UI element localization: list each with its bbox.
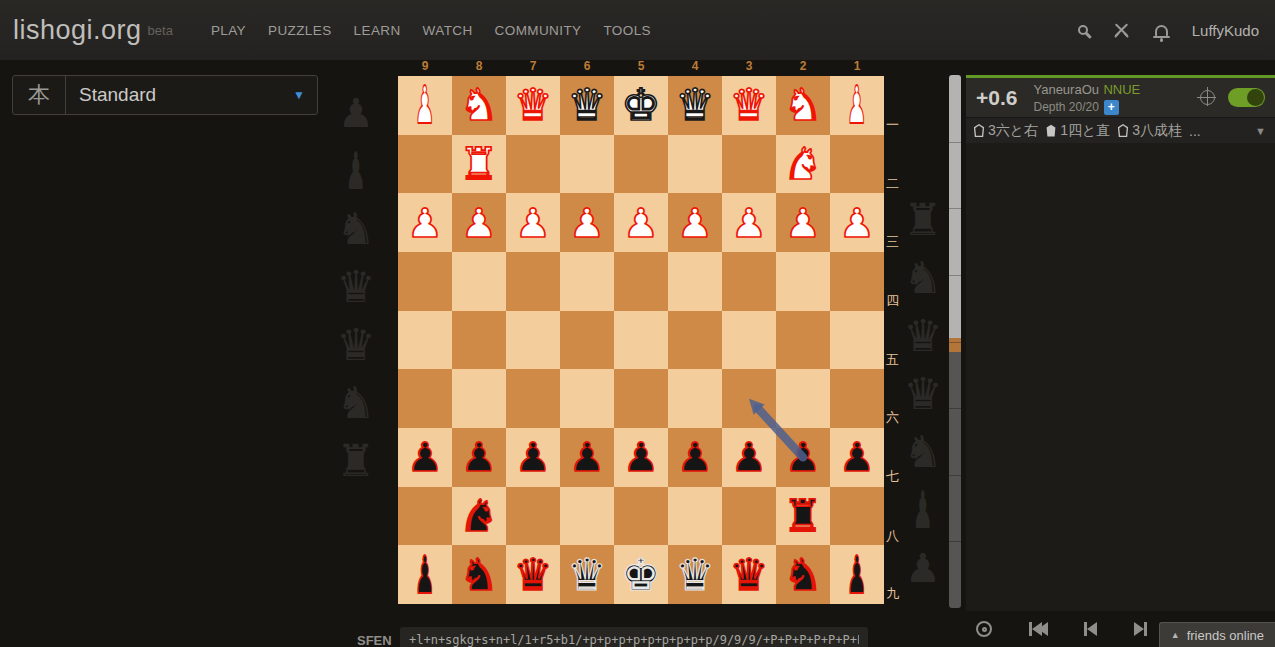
- record-analysis-icon[interactable]: [976, 621, 992, 637]
- engine-eval-value: +0.6: [976, 86, 1017, 110]
- square-6-一[interactable]: ♛: [560, 76, 614, 135]
- variant-select[interactable]: 本 Standard ▼: [12, 75, 318, 115]
- eval-gauge: [949, 75, 961, 608]
- shogi-board: ♟♞♛♛♚♛♛♞♟♜♞♟♟♟♟♟♟♟♟♟♟♟♟♟♟♟♟♟♟♞♜♟♞♛♛♚♛♛♞♟: [398, 76, 884, 604]
- square-3-三[interactable]: ♟: [722, 193, 776, 252]
- sente-hand-silver[interactable]: ♛: [898, 365, 948, 423]
- friends-online-label: friends online: [1187, 628, 1264, 643]
- square-9-四[interactable]: [398, 252, 452, 311]
- sente-hand-pawn[interactable]: ♟: [898, 539, 948, 597]
- nav-item-play[interactable]: PLAY: [211, 23, 246, 38]
- board-piece-+p: ♟: [677, 203, 713, 243]
- silver-icon: ♛: [903, 372, 942, 416]
- board-piece-+p: ♟: [407, 203, 443, 243]
- gote-pentagon-icon: [973, 124, 985, 137]
- square-9-三[interactable]: ♟: [398, 193, 452, 252]
- square-3-一[interactable]: ♛: [722, 76, 776, 135]
- square-7-一[interactable]: ♛: [506, 76, 560, 135]
- engine-nnue-tag: NNUE: [1103, 82, 1140, 97]
- pawn-icon: ♟: [905, 548, 941, 588]
- square-2-五[interactable]: [776, 311, 830, 370]
- board-piece-+P: ♟: [623, 437, 659, 477]
- square-1-六[interactable]: [830, 369, 884, 428]
- square-4-一[interactable]: ♛: [668, 76, 722, 135]
- rank-label-7: 七: [886, 468, 899, 486]
- gold-icon: ♛: [903, 314, 942, 358]
- board-piece-+N: ♞: [783, 553, 822, 597]
- square-6-三[interactable]: ♟: [560, 193, 614, 252]
- square-5-七[interactable]: ♟: [614, 428, 668, 487]
- engine-toggle[interactable]: [1228, 88, 1265, 107]
- file-label-3: 3: [722, 59, 776, 76]
- next-move-button[interactable]: [1134, 622, 1147, 636]
- square-8-一[interactable]: ♞: [452, 76, 506, 135]
- site-logo[interactable]: lishogi.org: [13, 15, 142, 46]
- square-4-九[interactable]: ♛: [668, 545, 722, 604]
- gote-hand-tray: ♟♟♞♛♛♞♜: [331, 84, 381, 490]
- square-5-八[interactable]: [614, 487, 668, 546]
- rank-label-3: 三: [886, 233, 899, 251]
- nav-item-learn[interactable]: LEARN: [354, 23, 401, 38]
- board-piece-+P: ♟: [677, 437, 713, 477]
- board-piece-+S: ♛: [729, 553, 768, 597]
- sfen-input[interactable]: [400, 627, 868, 647]
- gote-pentagon-icon: [1117, 124, 1129, 137]
- board-piece-+N: ♞: [459, 553, 498, 597]
- board-piece-G: ♛: [567, 553, 606, 597]
- square-1-八[interactable]: [830, 487, 884, 546]
- sente-hand-gold[interactable]: ♛: [898, 307, 948, 365]
- friends-online-bar[interactable]: ▲ friends online: [1159, 622, 1275, 647]
- square-7-三[interactable]: ♟: [506, 193, 560, 252]
- board-piece-+R: ♜: [783, 494, 822, 538]
- square-7-二[interactable]: [506, 135, 560, 194]
- square-1-四[interactable]: [830, 252, 884, 311]
- square-5-六[interactable]: [614, 369, 668, 428]
- square-6-九[interactable]: ♛: [560, 545, 614, 604]
- file-label-5: 5: [614, 59, 668, 76]
- square-2-七[interactable]: ♟: [776, 428, 830, 487]
- first-move-button[interactable]: [1029, 622, 1048, 636]
- gote-hand-bishop[interactable]: ♞: [331, 374, 381, 432]
- silver-icon: ♛: [336, 265, 375, 309]
- board-piece-k: ♚: [621, 83, 660, 127]
- file-label-8: 8: [452, 59, 506, 76]
- square-6-七[interactable]: ♟: [560, 428, 614, 487]
- engine-pv-line[interactable]: 3六と右1四と直3八成桂...▼: [966, 117, 1275, 143]
- square-2-一[interactable]: ♞: [776, 76, 830, 135]
- search-icon[interactable]: [1078, 25, 1088, 35]
- square-3-四[interactable]: [722, 252, 776, 311]
- board-piece-+b: ♞: [783, 142, 822, 186]
- knight-icon: ♞: [903, 430, 942, 474]
- board-piece-+B: ♞: [459, 494, 498, 538]
- square-3-六[interactable]: [722, 369, 776, 428]
- engine-settings-icon[interactable]: [1200, 90, 1215, 105]
- rank-label-2: 二: [886, 175, 899, 193]
- rank-label-8: 八: [886, 527, 899, 545]
- square-6-四[interactable]: [560, 252, 614, 311]
- square-1-二[interactable]: [830, 135, 884, 194]
- gote-hand-gold[interactable]: ♛: [331, 316, 381, 374]
- square-8-三[interactable]: ♟: [452, 193, 506, 252]
- square-2-二[interactable]: ♞: [776, 135, 830, 194]
- gauge-tick: [949, 475, 961, 476]
- board-piece-+p: ♟: [731, 203, 767, 243]
- pv-ellipsis: ...: [1189, 123, 1201, 139]
- bishop-icon: ♞: [336, 381, 375, 425]
- square-3-五[interactable]: [722, 311, 776, 370]
- square-2-六[interactable]: [776, 369, 830, 428]
- square-4-五[interactable]: [668, 311, 722, 370]
- square-6-五[interactable]: [560, 311, 614, 370]
- gold-icon: ♛: [336, 323, 375, 367]
- nav-item-puzzles[interactable]: PUZZLES: [268, 23, 332, 38]
- board-piece-+s: ♛: [729, 83, 768, 127]
- square-1-五[interactable]: [830, 311, 884, 370]
- sente-hand-lance[interactable]: ♟: [898, 481, 948, 539]
- pv-move-3[interactable]: 3八成桂: [1117, 122, 1182, 140]
- sente-hand-knight[interactable]: ♞: [898, 423, 948, 481]
- square-4-七[interactable]: ♟: [668, 428, 722, 487]
- rank-label-5: 五: [886, 351, 899, 369]
- square-1-九[interactable]: ♟: [830, 545, 884, 604]
- move-list: [966, 143, 1275, 610]
- rank-label-1: 一: [886, 116, 899, 134]
- square-5-四[interactable]: [614, 252, 668, 311]
- board-piece-+p: ♟: [515, 203, 551, 243]
- gote-hand-knight[interactable]: ♞: [331, 200, 381, 258]
- square-4-八[interactable]: [668, 487, 722, 546]
- square-8-五[interactable]: [452, 311, 506, 370]
- board-piece-+n: ♞: [783, 83, 822, 127]
- square-9-二[interactable]: [398, 135, 452, 194]
- square-2-三[interactable]: ♟: [776, 193, 830, 252]
- board-piece-+p: ♟: [569, 203, 605, 243]
- gote-hand-rook[interactable]: ♜: [331, 432, 381, 490]
- square-8-九[interactable]: ♞: [452, 545, 506, 604]
- sente-hand-rook[interactable]: ♜: [898, 191, 948, 249]
- board-piece-g: ♛: [675, 83, 714, 127]
- top-navbar: lishogi.orgbeta PLAY PUZZLES LEARN WATCH…: [0, 0, 1275, 60]
- board-piece-+l: ♟: [415, 79, 436, 131]
- board-piece-+p: ♟: [785, 203, 821, 243]
- board-piece-+P: ♟: [731, 437, 767, 477]
- gote-hand-lance[interactable]: ♟: [331, 142, 381, 200]
- square-4-三[interactable]: ♟: [668, 193, 722, 252]
- square-5-九[interactable]: ♚: [614, 545, 668, 604]
- board-piece-+l: ♟: [847, 79, 868, 131]
- board-piece-+L: ♟: [415, 549, 436, 601]
- username[interactable]: LuffyKudo: [1192, 22, 1259, 39]
- square-8-八[interactable]: ♞: [452, 487, 506, 546]
- square-2-八[interactable]: ♜: [776, 487, 830, 546]
- beta-tag: beta: [148, 23, 173, 38]
- chevron-down-icon: ▼: [293, 88, 305, 102]
- square-2-九[interactable]: ♞: [776, 545, 830, 604]
- square-8-六[interactable]: [452, 369, 506, 428]
- nav-menu: PLAY PUZZLES LEARN WATCH COMMUNITY TOOLS: [211, 23, 651, 38]
- square-2-四[interactable]: [776, 252, 830, 311]
- crossed-swords-icon[interactable]: [1112, 21, 1131, 40]
- sente-hand-bishop[interactable]: ♞: [898, 249, 948, 307]
- pv-move-1[interactable]: 3六と右: [973, 122, 1038, 140]
- sente-hand-tray: ♜♞♛♛♞♟♟: [898, 191, 948, 597]
- rook-icon: ♜: [336, 439, 375, 483]
- square-6-二[interactable]: [560, 135, 614, 194]
- file-label-6: 6: [560, 59, 614, 76]
- square-7-四[interactable]: [506, 252, 560, 311]
- square-3-二[interactable]: [722, 135, 776, 194]
- go-deeper-button[interactable]: +: [1104, 100, 1119, 115]
- board-piece-+s: ♛: [513, 83, 552, 127]
- board-piece-+P: ♟: [407, 437, 443, 477]
- square-3-七[interactable]: ♟: [722, 428, 776, 487]
- square-7-九[interactable]: ♛: [506, 545, 560, 604]
- square-6-八[interactable]: [560, 487, 614, 546]
- square-9-五[interactable]: [398, 311, 452, 370]
- pv-move-2[interactable]: 1四と直: [1045, 122, 1110, 140]
- square-3-八[interactable]: [722, 487, 776, 546]
- gote-hand-pawn[interactable]: ♟: [331, 84, 381, 142]
- board-piece-K: ♚: [621, 553, 660, 597]
- square-9-八[interactable]: [398, 487, 452, 546]
- lance-icon: ♟: [913, 484, 934, 536]
- file-label-2: 2: [776, 59, 830, 76]
- square-9-七[interactable]: ♟: [398, 428, 452, 487]
- bishop-icon: ♞: [903, 256, 942, 300]
- lance-icon: ♟: [346, 145, 367, 197]
- square-5-三[interactable]: ♟: [614, 193, 668, 252]
- square-8-四[interactable]: [452, 252, 506, 311]
- square-5-二[interactable]: [614, 135, 668, 194]
- rank-label-9: 九: [886, 585, 899, 603]
- square-1-七[interactable]: ♟: [830, 428, 884, 487]
- board-piece-+P: ♟: [839, 437, 875, 477]
- pv-expand-caret-icon[interactable]: ▼: [1255, 125, 1266, 137]
- gauge-tick: [949, 208, 961, 209]
- board-piece-+P: ♟: [569, 437, 605, 477]
- board-piece-+r: ♜: [459, 142, 498, 186]
- square-1-三[interactable]: ♟: [830, 193, 884, 252]
- board-piece-+p: ♟: [623, 203, 659, 243]
- board-piece-G: ♛: [675, 553, 714, 597]
- board-piece-+n: ♞: [459, 83, 498, 127]
- square-5-五[interactable]: [614, 311, 668, 370]
- board-piece-+p: ♟: [839, 203, 875, 243]
- square-4-二[interactable]: [668, 135, 722, 194]
- nav-item-watch[interactable]: WATCH: [423, 23, 473, 38]
- square-1-一[interactable]: ♟: [830, 76, 884, 135]
- knight-icon: ♞: [336, 207, 375, 251]
- engine-depth: Depth 20/20: [1033, 100, 1098, 116]
- notifications-bell-icon[interactable]: [1155, 25, 1168, 36]
- analysis-panel: +0.6 YaneuraOu NNUE Depth 20/20 + 3六と右1四…: [966, 75, 1275, 611]
- board-piece-+P: ♟: [785, 437, 821, 477]
- gauge-tick: [949, 408, 961, 409]
- gauge-tick: [949, 541, 961, 542]
- rook-icon: ♜: [903, 198, 942, 242]
- nav-item-tools[interactable]: TOOLS: [603, 23, 651, 38]
- square-7-八[interactable]: [506, 487, 560, 546]
- square-7-六[interactable]: [506, 369, 560, 428]
- gote-hand-silver[interactable]: ♛: [331, 258, 381, 316]
- board-piece-g: ♛: [567, 83, 606, 127]
- square-8-七[interactable]: ♟: [452, 428, 506, 487]
- gauge-tick: [949, 275, 961, 276]
- file-labels: 987654321: [398, 59, 884, 76]
- pawn-icon: ♟: [338, 93, 374, 133]
- board-piece-+P: ♟: [461, 437, 497, 477]
- previous-move-button[interactable]: [1084, 622, 1097, 636]
- board-piece-+L: ♟: [847, 549, 868, 601]
- file-label-4: 4: [668, 59, 722, 76]
- opening-book-icon: 本: [13, 84, 65, 106]
- gauge-tick: [949, 142, 961, 143]
- square-4-四[interactable]: [668, 252, 722, 311]
- square-6-六[interactable]: [560, 369, 614, 428]
- sfen-label: SFEN: [357, 633, 392, 647]
- triangle-up-icon: ▲: [1171, 630, 1180, 640]
- square-5-一[interactable]: ♚: [614, 76, 668, 135]
- square-3-九[interactable]: ♛: [722, 545, 776, 604]
- board-piece-+p: ♟: [461, 203, 497, 243]
- gauge-tick: [949, 342, 961, 343]
- square-7-五[interactable]: [506, 311, 560, 370]
- sente-pentagon-icon: [1045, 124, 1057, 137]
- board-piece-+P: ♟: [515, 437, 551, 477]
- square-8-二[interactable]: ♜: [452, 135, 506, 194]
- board-piece-+S: ♛: [513, 553, 552, 597]
- board-area: 987654321 ♟♞♛♛♚♛♛♞♟♜♞♟♟♟♟♟♟♟♟♟♟♟♟♟♟♟♟♟♟♞…: [398, 59, 884, 604]
- variant-select-value: Standard: [79, 84, 156, 106]
- nav-item-community[interactable]: COMMUNITY: [495, 23, 582, 38]
- square-9-九[interactable]: ♟: [398, 545, 452, 604]
- square-7-七[interactable]: ♟: [506, 428, 560, 487]
- rank-label-4: 四: [886, 292, 899, 310]
- file-label-7: 7: [506, 59, 560, 76]
- engine-eval-box: +0.6 YaneuraOu NNUE Depth 20/20 +: [966, 75, 1275, 117]
- square-9-一[interactable]: ♟: [398, 76, 452, 135]
- square-9-六[interactable]: [398, 369, 452, 428]
- engine-name: YaneuraOu: [1033, 82, 1099, 97]
- square-4-六[interactable]: [668, 369, 722, 428]
- rank-label-6: 六: [886, 409, 899, 427]
